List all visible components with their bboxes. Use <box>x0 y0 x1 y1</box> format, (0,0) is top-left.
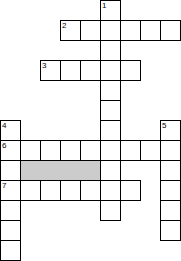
cell-r10c0[interactable] <box>0 200 21 221</box>
cell-r6c0[interactable] <box>0 120 21 141</box>
cell-r7c4[interactable] <box>80 140 101 161</box>
cell-r9c0[interactable] <box>0 180 21 201</box>
cell-r4c5[interactable] <box>100 80 121 101</box>
highlighted-word-block[interactable] <box>20 160 101 181</box>
cell-r1c8[interactable] <box>160 20 181 41</box>
cell-r6c5[interactable] <box>100 120 121 141</box>
cell-r7c2[interactable] <box>40 140 61 161</box>
cell-r7c7[interactable] <box>140 140 161 161</box>
cell-r2c5[interactable] <box>100 40 121 61</box>
cell-r7c3[interactable] <box>60 140 81 161</box>
cell-r1c7[interactable] <box>140 20 161 41</box>
cell-r3c3[interactable] <box>60 60 81 81</box>
cell-r8c8[interactable] <box>160 160 181 181</box>
cell-r9c2[interactable] <box>40 180 61 201</box>
cell-r10c8[interactable] <box>160 200 181 221</box>
cell-r3c6[interactable] <box>120 60 141 81</box>
cell-r11c0[interactable] <box>0 220 21 241</box>
cell-r7c5[interactable] <box>100 140 121 161</box>
crossword-board: 1234567 <box>0 0 181 261</box>
cell-r9c8[interactable] <box>160 180 181 201</box>
cell-r10c5[interactable] <box>100 200 121 221</box>
cell-r6c8[interactable] <box>160 120 181 141</box>
cell-r9c3[interactable] <box>60 180 81 201</box>
cell-r3c5[interactable] <box>100 60 121 81</box>
cell-r1c4[interactable] <box>80 20 101 41</box>
cell-r1c6[interactable] <box>120 20 141 41</box>
cell-r11c8[interactable] <box>160 220 181 241</box>
cell-r7c0[interactable] <box>0 140 21 161</box>
cell-r9c4[interactable] <box>80 180 101 201</box>
cell-r7c1[interactable] <box>20 140 41 161</box>
cell-r3c2[interactable] <box>40 60 61 81</box>
cell-r1c3[interactable] <box>60 20 81 41</box>
cell-r3c4[interactable] <box>80 60 101 81</box>
cell-r1c5[interactable] <box>100 20 121 41</box>
cell-r7c6[interactable] <box>120 140 141 161</box>
cell-r8c0[interactable] <box>0 160 21 181</box>
cell-r5c5[interactable] <box>100 100 121 121</box>
cell-r7c8[interactable] <box>160 140 181 161</box>
cell-r9c5[interactable] <box>100 180 121 201</box>
cell-r9c1[interactable] <box>20 180 41 201</box>
cell-r0c5[interactable] <box>100 0 121 21</box>
cell-r9c6[interactable] <box>120 180 141 201</box>
cell-r8c5[interactable] <box>100 160 121 181</box>
cell-r12c0[interactable] <box>0 240 21 261</box>
